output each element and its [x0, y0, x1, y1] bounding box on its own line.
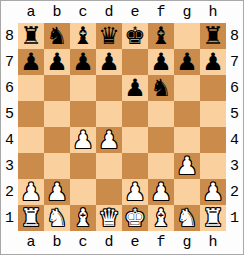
rank-label-6-left: 6	[1, 75, 18, 101]
rank-label-4-left: 4	[1, 127, 18, 153]
piece-white-pawn[interactable]: ♟	[72, 127, 94, 153]
square-b6[interactable]	[44, 75, 70, 101]
square-h1[interactable]: ♜	[200, 205, 226, 231]
square-h8[interactable]: ♜	[200, 23, 226, 49]
square-e4[interactable]	[122, 127, 148, 153]
square-d3[interactable]	[96, 153, 122, 179]
square-a8[interactable]: ♜	[18, 23, 44, 49]
square-g8[interactable]	[174, 23, 200, 49]
file-label-f-bottom: f	[148, 231, 174, 254]
square-d2[interactable]	[96, 179, 122, 205]
square-f1[interactable]: ♝	[148, 205, 174, 231]
square-d7[interactable]: ♟	[96, 49, 122, 75]
rank-label-2-right: 2	[226, 179, 243, 205]
piece-black-king[interactable]: ♚	[124, 23, 146, 49]
square-d6[interactable]	[96, 75, 122, 101]
frame-corner	[226, 231, 243, 254]
square-e3[interactable]	[122, 153, 148, 179]
piece-white-rook[interactable]: ♜	[20, 205, 42, 231]
file-label-h-bottom: h	[200, 231, 226, 254]
square-g2[interactable]	[174, 179, 200, 205]
piece-white-pawn[interactable]: ♟	[176, 153, 198, 179]
square-e2[interactable]: ♟	[122, 179, 148, 205]
piece-black-pawn[interactable]: ♟	[202, 49, 224, 75]
square-g5[interactable]	[174, 101, 200, 127]
piece-white-knight[interactable]: ♞	[176, 205, 198, 231]
chess-board-frame: abcdefgh8♜♞♝♛♚♝♜87♟♟♟♟♟♟♟76♟♞6554♟♟43♟32…	[0, 0, 244, 255]
file-label-g-bottom: g	[174, 231, 200, 254]
square-b2[interactable]: ♟	[44, 179, 70, 205]
piece-black-bishop[interactable]: ♝	[72, 23, 94, 49]
file-label-f-top: f	[148, 1, 174, 23]
piece-black-pawn[interactable]: ♟	[98, 49, 120, 75]
rank-label-4-right: 4	[226, 127, 243, 153]
piece-white-pawn[interactable]: ♟	[98, 127, 120, 153]
file-label-c-bottom: c	[70, 231, 96, 254]
square-d4[interactable]: ♟	[96, 127, 122, 153]
square-e6[interactable]: ♟	[122, 75, 148, 101]
piece-white-bishop[interactable]: ♝	[150, 205, 172, 231]
square-a5[interactable]	[18, 101, 44, 127]
file-label-b-bottom: b	[44, 231, 70, 254]
rank-label-8-left: 8	[1, 23, 18, 49]
piece-white-pawn[interactable]: ♟	[202, 179, 224, 205]
square-c2[interactable]	[70, 179, 96, 205]
rank-label-1-left: 1	[1, 205, 18, 231]
file-label-b-top: b	[44, 1, 70, 23]
rank-label-1-right: 1	[226, 205, 243, 231]
file-label-a-top: a	[18, 1, 44, 23]
piece-black-pawn[interactable]: ♟	[150, 49, 172, 75]
square-c6[interactable]	[70, 75, 96, 101]
square-a2[interactable]: ♟	[18, 179, 44, 205]
file-label-d-top: d	[96, 1, 122, 23]
square-f5[interactable]	[148, 101, 174, 127]
piece-black-pawn[interactable]: ♟	[72, 49, 94, 75]
square-h5[interactable]	[200, 101, 226, 127]
piece-white-rook[interactable]: ♜	[202, 205, 224, 231]
square-g3[interactable]: ♟	[174, 153, 200, 179]
piece-white-pawn[interactable]: ♟	[46, 179, 68, 205]
file-label-e-top: e	[122, 1, 148, 23]
square-c3[interactable]	[70, 153, 96, 179]
square-b7[interactable]: ♟	[44, 49, 70, 75]
square-c7[interactable]: ♟	[70, 49, 96, 75]
rank-label-7-left: 7	[1, 49, 18, 75]
square-h2[interactable]: ♟	[200, 179, 226, 205]
file-label-h-top: h	[200, 1, 226, 23]
piece-black-rook[interactable]: ♜	[202, 23, 224, 49]
square-g7[interactable]: ♟	[174, 49, 200, 75]
square-d5[interactable]	[96, 101, 122, 127]
square-e1[interactable]: ♚	[122, 205, 148, 231]
file-label-c-top: c	[70, 1, 96, 23]
file-label-a-bottom: a	[18, 231, 44, 254]
rank-label-7-right: 7	[226, 49, 243, 75]
piece-black-queen[interactable]: ♛	[98, 23, 120, 49]
piece-black-knight[interactable]: ♞	[150, 75, 172, 101]
piece-white-pawn[interactable]: ♟	[124, 179, 146, 205]
square-b1[interactable]: ♞	[44, 205, 70, 231]
square-f2[interactable]: ♟	[148, 179, 174, 205]
piece-white-pawn[interactable]: ♟	[150, 179, 172, 205]
square-b3[interactable]	[44, 153, 70, 179]
square-h6[interactable]	[200, 75, 226, 101]
square-f4[interactable]	[148, 127, 174, 153]
square-h7[interactable]: ♟	[200, 49, 226, 75]
square-g6[interactable]	[174, 75, 200, 101]
rank-label-2-left: 2	[1, 179, 18, 205]
rank-label-5-right: 5	[226, 101, 243, 127]
square-e8[interactable]: ♚	[122, 23, 148, 49]
frame-corner	[1, 1, 18, 23]
square-a3[interactable]	[18, 153, 44, 179]
piece-white-pawn[interactable]: ♟	[20, 179, 42, 205]
rank-label-3-left: 3	[1, 153, 18, 179]
square-f3[interactable]	[148, 153, 174, 179]
square-c8[interactable]: ♝	[70, 23, 96, 49]
piece-black-bishop[interactable]: ♝	[150, 23, 172, 49]
square-g1[interactable]: ♞	[174, 205, 200, 231]
square-d1[interactable]: ♛	[96, 205, 122, 231]
piece-black-pawn[interactable]: ♟	[20, 49, 42, 75]
piece-white-knight[interactable]: ♞	[46, 205, 68, 231]
square-c4[interactable]: ♟	[70, 127, 96, 153]
piece-white-king[interactable]: ♚	[124, 205, 146, 231]
square-b8[interactable]: ♞	[44, 23, 70, 49]
file-label-e-bottom: e	[122, 231, 148, 254]
square-a7[interactable]: ♟	[18, 49, 44, 75]
square-b5[interactable]	[44, 101, 70, 127]
square-h4[interactable]	[200, 127, 226, 153]
square-a1[interactable]: ♜	[18, 205, 44, 231]
piece-white-bishop[interactable]: ♝	[72, 205, 94, 231]
frame-corner	[1, 231, 18, 254]
square-e5[interactable]	[122, 101, 148, 127]
piece-black-knight[interactable]: ♞	[46, 23, 68, 49]
square-c1[interactable]: ♝	[70, 205, 96, 231]
square-g4[interactable]	[174, 127, 200, 153]
piece-black-pawn[interactable]: ♟	[176, 49, 198, 75]
rank-label-6-right: 6	[226, 75, 243, 101]
square-f6[interactable]: ♞	[148, 75, 174, 101]
piece-black-pawn[interactable]: ♟	[124, 75, 146, 101]
square-f8[interactable]: ♝	[148, 23, 174, 49]
square-e7[interactable]	[122, 49, 148, 75]
rank-label-8-right: 8	[226, 23, 243, 49]
square-f7[interactable]: ♟	[148, 49, 174, 75]
file-label-g-top: g	[174, 1, 200, 23]
square-b4[interactable]	[44, 127, 70, 153]
piece-black-pawn[interactable]: ♟	[46, 49, 68, 75]
file-label-d-bottom: d	[96, 231, 122, 254]
square-a4[interactable]	[18, 127, 44, 153]
square-a6[interactable]	[18, 75, 44, 101]
piece-white-queen[interactable]: ♛	[98, 205, 120, 231]
rank-label-5-left: 5	[1, 101, 18, 127]
frame-corner	[226, 1, 243, 23]
square-c5[interactable]	[70, 101, 96, 127]
piece-black-rook[interactable]: ♜	[20, 23, 42, 49]
rank-label-3-right: 3	[226, 153, 243, 179]
square-d8[interactable]: ♛	[96, 23, 122, 49]
square-h3[interactable]	[200, 153, 226, 179]
